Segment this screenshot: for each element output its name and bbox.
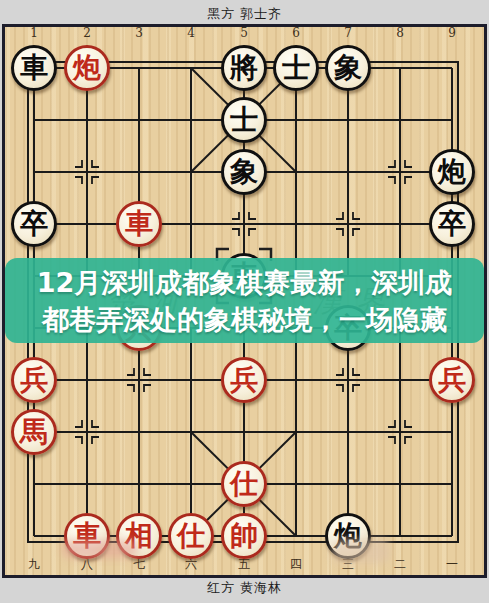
piece-black-象[interactable]: 象: [325, 45, 371, 91]
news-title-banner: 12月深圳成都象棋赛最新，深圳成 都巷弄深处的象棋秘境，一场隐藏: [5, 258, 484, 343]
banner-title-line1: 12月深圳成都象棋赛最新，深圳成: [5, 264, 484, 301]
piece-black-士[interactable]: 士: [273, 45, 319, 91]
piece-red-兵[interactable]: 兵: [221, 357, 267, 403]
piece-red-仕[interactable]: 仕: [221, 461, 267, 507]
blur-smudge: [332, 539, 390, 563]
blur-smudge: [62, 540, 138, 558]
piece-black-將[interactable]: 將: [221, 45, 267, 91]
piece-red-兵[interactable]: 兵: [429, 357, 475, 403]
piece-red-炮[interactable]: 炮: [64, 45, 110, 91]
piece-black-士[interactable]: 士: [221, 97, 267, 143]
piece-black-象[interactable]: 象: [221, 149, 267, 195]
piece-black-車[interactable]: 車: [11, 45, 57, 91]
banner-title-line2: 都巷弄深处的象棋秘境，一场隐藏: [5, 301, 484, 338]
piece-red-帥[interactable]: 帥: [221, 513, 267, 559]
piece-black-卒[interactable]: 卒: [11, 201, 57, 247]
piece-black-炮[interactable]: 炮: [429, 149, 475, 195]
piece-black-卒[interactable]: 卒: [429, 201, 475, 247]
piece-red-馬[interactable]: 馬: [11, 409, 57, 455]
screen: 黑方 郭士齐 楚河 漢界 123456789九八七六五四三二一 車炮將士象士象炮…: [0, 0, 489, 603]
piece-red-兵[interactable]: 兵: [11, 357, 57, 403]
red-player-label: 红方 黄海林: [0, 579, 489, 597]
piece-red-仕[interactable]: 仕: [168, 513, 214, 559]
piece-red-車[interactable]: 車: [116, 201, 162, 247]
